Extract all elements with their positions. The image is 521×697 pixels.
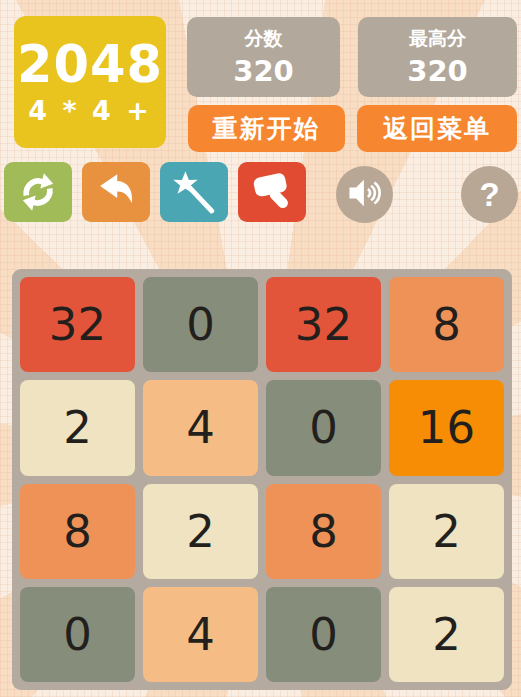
magic-wand-button[interactable]	[160, 162, 228, 222]
tile-r2c2: 4	[143, 380, 258, 475]
score-label: 分数	[245, 26, 283, 52]
board[interactable]: 3203282401682820402	[12, 269, 512, 690]
tile-r4c2: 4	[143, 587, 258, 682]
tile-r2c3: 0	[266, 380, 381, 475]
logo-title: 2048	[17, 38, 163, 92]
refresh-button[interactable]	[4, 162, 72, 222]
score-box: 分数 320	[187, 17, 340, 97]
best-score-label: 最高分	[409, 26, 466, 52]
help-button[interactable]: ?	[461, 166, 518, 223]
sound-button[interactable]	[336, 166, 393, 223]
hammer-button[interactable]	[238, 162, 306, 222]
tile-r1c1: 32	[20, 277, 135, 372]
hammer-icon	[249, 169, 295, 215]
speaker-icon	[345, 173, 385, 216]
tile-r1c2: 0	[143, 277, 258, 372]
tile-r4c1: 0	[20, 587, 135, 682]
undo-icon	[94, 170, 138, 214]
tile-r3c3: 8	[266, 484, 381, 579]
best-score-value: 320	[407, 54, 468, 88]
back-to-menu-button[interactable]: 返回菜单	[357, 105, 517, 152]
tile-r3c1: 8	[20, 484, 135, 579]
restart-button[interactable]: 重新开始	[188, 105, 345, 152]
question-mark-icon: ?	[479, 176, 499, 214]
tile-r3c4: 2	[389, 484, 504, 579]
tile-r2c4: 16	[389, 380, 504, 475]
tile-r4c3: 0	[266, 587, 381, 682]
score-value: 320	[233, 54, 294, 88]
best-score-box: 最高分 320	[358, 17, 517, 97]
refresh-icon	[17, 171, 59, 213]
tile-r4c4: 2	[389, 587, 504, 682]
tile-r2c1: 2	[20, 380, 135, 475]
tile-r1c4: 8	[389, 277, 504, 372]
magic-wand-icon	[172, 170, 216, 214]
tile-r1c3: 32	[266, 277, 381, 372]
game-logo: 2048 4 * 4 +	[14, 16, 166, 148]
tile-r3c2: 2	[143, 484, 258, 579]
logo-subtitle: 4 * 4 +	[28, 95, 152, 126]
undo-button[interactable]	[82, 162, 150, 222]
